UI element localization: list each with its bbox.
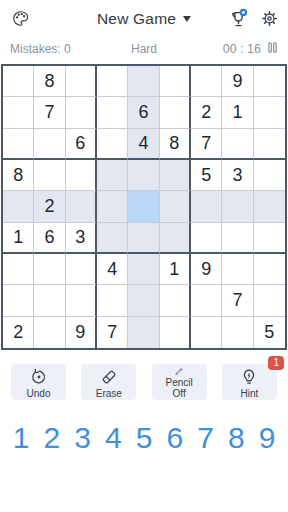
erase-button[interactable]: Erase	[81, 364, 136, 400]
cell-r2c9[interactable]	[254, 97, 285, 128]
cell-r6c2[interactable]: 6	[34, 223, 65, 254]
numpad-9[interactable]: 9	[254, 420, 280, 456]
cell-r3c5[interactable]: 4	[128, 129, 159, 160]
numpad-7[interactable]: 7	[193, 420, 219, 456]
cell-r3c8[interactable]	[222, 129, 253, 160]
cell-r1c1[interactable]	[3, 66, 34, 97]
cell-r4c3[interactable]	[66, 160, 97, 191]
cell-r1c7[interactable]	[191, 66, 222, 97]
cell-r1c9[interactable]	[254, 66, 285, 97]
pencil-button[interactable]: Pencil Off	[152, 364, 207, 400]
cell-r9c6[interactable]	[160, 317, 191, 348]
cell-r9c3[interactable]: 9	[66, 317, 97, 348]
cell-r7c8[interactable]	[222, 254, 253, 285]
numpad-5[interactable]: 5	[131, 420, 157, 456]
number-pad: 123456789	[0, 420, 288, 456]
undo-button[interactable]: Undo	[11, 364, 66, 400]
cell-r2c5[interactable]: 6	[128, 97, 159, 128]
cell-r1c5[interactable]	[128, 66, 159, 97]
cell-r1c4[interactable]	[97, 66, 128, 97]
chevron-down-icon	[183, 16, 191, 22]
cell-r7c6[interactable]: 1	[160, 254, 191, 285]
numpad-3[interactable]: 3	[70, 420, 96, 456]
cell-r7c2[interactable]	[34, 254, 65, 285]
cell-r2c6[interactable]	[160, 97, 191, 128]
cell-r8c8[interactable]: 7	[222, 285, 253, 316]
cell-r2c3[interactable]	[66, 97, 97, 128]
sudoku-grid: 8976216487853216341972975	[1, 64, 287, 350]
cell-r6c4[interactable]	[97, 223, 128, 254]
cell-r7c3[interactable]	[66, 254, 97, 285]
cell-r9c9[interactable]: 5	[254, 317, 285, 348]
difficulty-label: Hard	[131, 42, 157, 56]
cell-r6c5[interactable]	[128, 223, 159, 254]
cell-r9c5[interactable]	[128, 317, 159, 348]
cell-r3c3[interactable]: 6	[66, 129, 97, 160]
hint-button[interactable]: 1 Hint	[222, 364, 277, 400]
pause-icon[interactable]	[265, 39, 280, 56]
numpad-4[interactable]: 4	[100, 420, 126, 456]
cell-r8c5[interactable]	[128, 285, 159, 316]
undo-icon	[29, 367, 49, 387]
settings-gear-icon[interactable]	[260, 9, 279, 28]
cell-r3c1[interactable]	[3, 129, 34, 160]
cell-r8c9[interactable]	[254, 285, 285, 316]
toolbar: Undo Erase Pencil Off 1 Hint	[0, 364, 288, 402]
cell-r6c9[interactable]	[254, 223, 285, 254]
cell-r8c2[interactable]	[34, 285, 65, 316]
cell-r5c5[interactable]	[128, 191, 159, 222]
cell-r9c4[interactable]: 7	[97, 317, 128, 348]
cell-r3c2[interactable]	[34, 129, 65, 160]
cell-r7c7[interactable]: 9	[191, 254, 222, 285]
hint-label: Hint	[241, 388, 259, 399]
undo-label: Undo	[27, 388, 51, 399]
timer: 00 : 16	[223, 39, 261, 56]
numpad-6[interactable]: 6	[162, 420, 188, 456]
cell-r4c8[interactable]: 3	[222, 160, 253, 191]
trophy-achievements-icon[interactable]	[227, 8, 250, 30]
numpad-8[interactable]: 8	[223, 420, 249, 456]
cell-r3c6[interactable]: 8	[160, 129, 191, 160]
numpad-2[interactable]: 2	[39, 420, 65, 456]
cell-r5c1[interactable]	[3, 191, 34, 222]
cell-r7c5[interactable]	[128, 254, 159, 285]
hint-bulb-icon	[239, 367, 259, 387]
numpad-1[interactable]: 1	[8, 420, 34, 456]
theme-palette-icon[interactable]	[11, 9, 30, 28]
cell-r4c6[interactable]	[160, 160, 191, 191]
cell-r4c1[interactable]: 8	[3, 160, 34, 191]
mistakes-counter: Mistakes: 0	[10, 42, 71, 56]
cell-r2c2[interactable]: 7	[34, 97, 65, 128]
cell-r2c4[interactable]	[97, 97, 128, 128]
cell-r5c3[interactable]	[66, 191, 97, 222]
pencil-icon	[169, 367, 189, 376]
cell-r4c2[interactable]	[34, 160, 65, 191]
cell-r1c8[interactable]: 9	[222, 66, 253, 97]
cell-r8c7[interactable]	[191, 285, 222, 316]
cell-r7c4[interactable]: 4	[97, 254, 128, 285]
cell-r3c4[interactable]	[97, 129, 128, 160]
pencil-label: Pencil Off	[158, 377, 201, 399]
cell-r5c9[interactable]	[254, 191, 285, 222]
cell-r4c4[interactable]	[97, 160, 128, 191]
hint-badge: 1	[268, 356, 284, 370]
cell-r4c5[interactable]	[128, 160, 159, 191]
cell-r1c3[interactable]	[66, 66, 97, 97]
cell-r2c1[interactable]	[3, 97, 34, 128]
cell-r2c8[interactable]: 1	[222, 97, 253, 128]
cell-r7c1[interactable]	[3, 254, 34, 285]
cell-r3c9[interactable]	[254, 129, 285, 160]
cell-r3c7[interactable]: 7	[191, 129, 222, 160]
cell-r6c1[interactable]: 1	[3, 223, 34, 254]
cell-r5c8[interactable]	[222, 191, 253, 222]
cell-r1c6[interactable]	[160, 66, 191, 97]
cell-r5c2[interactable]: 2	[34, 191, 65, 222]
cell-r8c1[interactable]	[3, 285, 34, 316]
cell-r1c2[interactable]: 8	[34, 66, 65, 97]
header: New Game	[0, 0, 288, 38]
cell-r4c7[interactable]: 5	[191, 160, 222, 191]
cell-r5c4[interactable]	[97, 191, 128, 222]
cell-r9c8[interactable]	[222, 317, 253, 348]
page-title: New Game	[97, 10, 176, 28]
cell-r6c8[interactable]	[222, 223, 253, 254]
cell-r9c2[interactable]	[34, 317, 65, 348]
cell-r5c6[interactable]	[160, 191, 191, 222]
cell-r6c6[interactable]	[160, 223, 191, 254]
cell-r6c7[interactable]	[191, 223, 222, 254]
erase-label: Erase	[96, 388, 122, 399]
cell-r8c4[interactable]	[97, 285, 128, 316]
cell-r9c1[interactable]: 2	[3, 317, 34, 348]
cell-r7c9[interactable]	[254, 254, 285, 285]
status-bar: Mistakes: 0 Hard 00 : 16	[0, 39, 288, 59]
cell-r9c7[interactable]	[191, 317, 222, 348]
cell-r8c6[interactable]	[160, 285, 191, 316]
cell-r6c3[interactable]: 3	[66, 223, 97, 254]
eraser-icon	[99, 367, 119, 387]
cell-r8c3[interactable]	[66, 285, 97, 316]
new-game-dropdown[interactable]: New Game	[97, 0, 191, 38]
cell-r2c7[interactable]: 2	[191, 97, 222, 128]
cell-r5c7[interactable]	[191, 191, 222, 222]
cell-r4c9[interactable]	[254, 160, 285, 191]
